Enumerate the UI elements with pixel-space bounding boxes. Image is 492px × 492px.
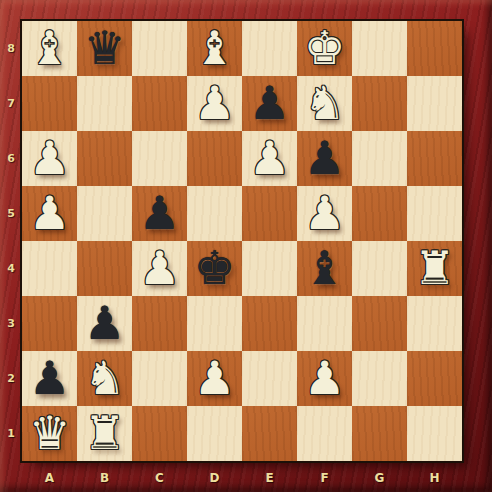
square-e1[interactable] xyxy=(242,406,297,461)
square-b5[interactable] xyxy=(77,186,132,241)
square-e8[interactable] xyxy=(242,21,297,76)
file-label-e: E xyxy=(242,461,297,492)
black-pawn-c5[interactable]: ♟ xyxy=(132,186,187,241)
file-labels: A B C D E F G H xyxy=(22,461,462,492)
square-h3[interactable] xyxy=(407,296,462,351)
board-frame: 8 7 6 5 4 3 2 1 ♝♛♝♚♟♟♞♟♟♟♟♟♟♟♚♝♜♟♟♞♟♟♛♜… xyxy=(0,0,492,492)
black-pawn-b3[interactable]: ♟ xyxy=(77,296,132,351)
square-b6[interactable] xyxy=(77,131,132,186)
white-pawn-e6[interactable]: ♟ xyxy=(242,131,297,186)
square-g5[interactable] xyxy=(352,186,407,241)
square-a1[interactable]: ♛ xyxy=(22,406,77,461)
black-pawn-e7[interactable]: ♟ xyxy=(242,76,297,131)
white-pawn-f2[interactable]: ♟ xyxy=(297,351,352,406)
square-c8[interactable] xyxy=(132,21,187,76)
rank-label-7: 7 xyxy=(0,76,22,131)
file-label-d: D xyxy=(187,461,242,492)
square-d7[interactable]: ♟ xyxy=(187,76,242,131)
white-pawn-c4[interactable]: ♟ xyxy=(132,241,187,296)
square-b7[interactable] xyxy=(77,76,132,131)
square-h7[interactable] xyxy=(407,76,462,131)
board: ♝♛♝♚♟♟♞♟♟♟♟♟♟♟♚♝♜♟♟♞♟♟♛♜ xyxy=(22,21,462,461)
square-f4[interactable]: ♝ xyxy=(297,241,352,296)
file-label-g: G xyxy=(352,461,407,492)
file-label-h: H xyxy=(407,461,462,492)
square-b4[interactable] xyxy=(77,241,132,296)
white-pawn-a6[interactable]: ♟ xyxy=(22,131,77,186)
white-pawn-d7[interactable]: ♟ xyxy=(187,76,242,131)
square-d2[interactable]: ♟ xyxy=(187,351,242,406)
rank-label-4: 4 xyxy=(0,241,22,296)
white-knight-f7[interactable]: ♞ xyxy=(297,76,352,131)
white-pawn-a5[interactable]: ♟ xyxy=(22,186,77,241)
square-a7[interactable] xyxy=(22,76,77,131)
square-c2[interactable] xyxy=(132,351,187,406)
square-f3[interactable] xyxy=(297,296,352,351)
file-label-b: B xyxy=(77,461,132,492)
square-f8[interactable]: ♚ xyxy=(297,21,352,76)
square-b2[interactable]: ♞ xyxy=(77,351,132,406)
square-g6[interactable] xyxy=(352,131,407,186)
square-h1[interactable] xyxy=(407,406,462,461)
square-f7[interactable]: ♞ xyxy=(297,76,352,131)
white-knight-b2[interactable]: ♞ xyxy=(77,351,132,406)
square-g2[interactable] xyxy=(352,351,407,406)
black-king-d4[interactable]: ♚ xyxy=(187,241,242,296)
square-d6[interactable] xyxy=(187,131,242,186)
square-f5[interactable]: ♟ xyxy=(297,186,352,241)
square-c3[interactable] xyxy=(132,296,187,351)
rank-label-5: 5 xyxy=(0,186,22,241)
square-a8[interactable]: ♝ xyxy=(22,21,77,76)
square-c4[interactable]: ♟ xyxy=(132,241,187,296)
square-e5[interactable] xyxy=(242,186,297,241)
square-e2[interactable] xyxy=(242,351,297,406)
file-label-a: A xyxy=(22,461,77,492)
square-g7[interactable] xyxy=(352,76,407,131)
square-e6[interactable]: ♟ xyxy=(242,131,297,186)
rank-label-8: 8 xyxy=(0,21,22,76)
white-queen-a1[interactable]: ♛ xyxy=(22,406,77,461)
black-pawn-a2[interactable]: ♟ xyxy=(22,351,77,406)
square-h2[interactable] xyxy=(407,351,462,406)
square-h6[interactable] xyxy=(407,131,462,186)
square-c1[interactable] xyxy=(132,406,187,461)
white-rook-b1[interactable]: ♜ xyxy=(77,406,132,461)
square-d8[interactable]: ♝ xyxy=(187,21,242,76)
square-d1[interactable] xyxy=(187,406,242,461)
white-pawn-f5[interactable]: ♟ xyxy=(297,186,352,241)
square-c5[interactable]: ♟ xyxy=(132,186,187,241)
white-bishop-a8[interactable]: ♝ xyxy=(22,21,77,76)
file-label-c: C xyxy=(132,461,187,492)
square-g1[interactable] xyxy=(352,406,407,461)
black-pawn-f6[interactable]: ♟ xyxy=(297,131,352,186)
square-a5[interactable]: ♟ xyxy=(22,186,77,241)
square-c6[interactable] xyxy=(132,131,187,186)
white-pawn-d2[interactable]: ♟ xyxy=(187,351,242,406)
square-e7[interactable]: ♟ xyxy=(242,76,297,131)
white-bishop-d8[interactable]: ♝ xyxy=(187,21,242,76)
square-h4[interactable]: ♜ xyxy=(407,241,462,296)
rank-label-2: 2 xyxy=(0,351,22,406)
square-f2[interactable]: ♟ xyxy=(297,351,352,406)
square-a6[interactable]: ♟ xyxy=(22,131,77,186)
square-e4[interactable] xyxy=(242,241,297,296)
square-d3[interactable] xyxy=(187,296,242,351)
square-g4[interactable] xyxy=(352,241,407,296)
square-h8[interactable] xyxy=(407,21,462,76)
square-e3[interactable] xyxy=(242,296,297,351)
black-queen-b8[interactable]: ♛ xyxy=(77,21,132,76)
white-rook-h4[interactable]: ♜ xyxy=(407,241,462,296)
square-c7[interactable] xyxy=(132,76,187,131)
square-a3[interactable] xyxy=(22,296,77,351)
square-b1[interactable]: ♜ xyxy=(77,406,132,461)
rank-label-1: 1 xyxy=(0,406,22,461)
black-bishop-f4[interactable]: ♝ xyxy=(297,241,352,296)
rank-labels: 8 7 6 5 4 3 2 1 xyxy=(0,21,22,461)
square-a2[interactable]: ♟ xyxy=(22,351,77,406)
square-b8[interactable]: ♛ xyxy=(77,21,132,76)
square-g8[interactable] xyxy=(352,21,407,76)
square-f6[interactable]: ♟ xyxy=(297,131,352,186)
square-d4[interactable]: ♚ xyxy=(187,241,242,296)
square-g3[interactable] xyxy=(352,296,407,351)
square-a4[interactable] xyxy=(22,241,77,296)
square-d5[interactable] xyxy=(187,186,242,241)
square-f1[interactable] xyxy=(297,406,352,461)
rank-label-3: 3 xyxy=(0,296,22,351)
rank-label-6: 6 xyxy=(0,131,22,186)
white-king-f8[interactable]: ♚ xyxy=(297,21,352,76)
square-h5[interactable] xyxy=(407,186,462,241)
file-label-f: F xyxy=(297,461,352,492)
square-b3[interactable]: ♟ xyxy=(77,296,132,351)
